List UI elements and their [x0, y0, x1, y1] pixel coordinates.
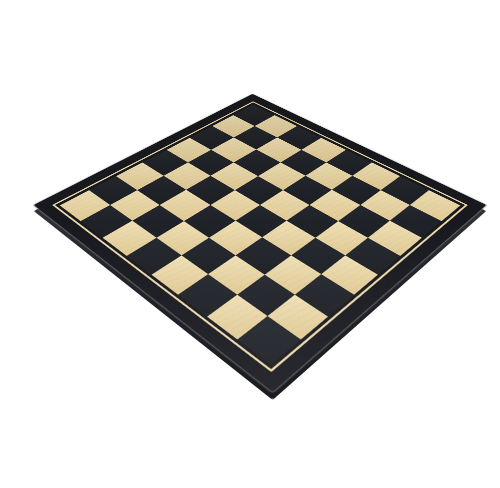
board-scene	[0, 0, 500, 488]
chess-board	[34, 94, 487, 392]
board-squares-grid	[60, 104, 460, 364]
product-photo	[0, 0, 500, 488]
